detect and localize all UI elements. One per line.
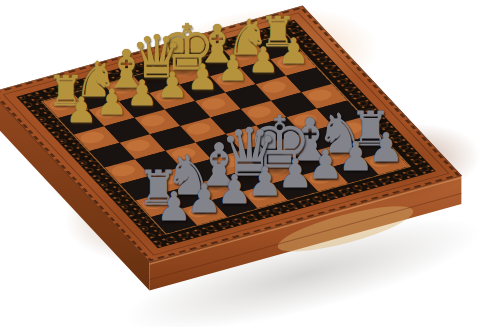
piece-white-pawn-b1[interactable]: ♟ (187, 178, 222, 218)
piece-white-pawn-g1[interactable]: ♟ (338, 137, 373, 177)
pieces-layer: ♜♞♝♛♚♝♞♜♟♟♟♟♟♟♟♟♜♞♝♛♚♝♞♜♟♟♟♟♟♟♟♟ (0, 0, 480, 327)
chess-set-scene: ♜♞♝♛♚♝♞♜♟♟♟♟♟♟♟♟♜♞♝♛♚♝♞♜♟♟♟♟♟♟♟♟ (0, 0, 480, 327)
piece-black-pawn-b7[interactable]: ♟ (96, 84, 128, 119)
piece-white-pawn-e1[interactable]: ♟ (277, 153, 312, 193)
piece-white-pawn-f1[interactable]: ♟ (308, 145, 343, 185)
piece-black-pawn-g7[interactable]: ♟ (247, 42, 279, 77)
piece-black-pawn-a7[interactable]: ♟ (66, 92, 98, 127)
piece-black-pawn-c7[interactable]: ♟ (126, 75, 158, 110)
piece-white-pawn-c1[interactable]: ♟ (217, 170, 252, 210)
piece-white-pawn-d1[interactable]: ♟ (247, 162, 282, 202)
piece-black-pawn-f7[interactable]: ♟ (217, 50, 249, 85)
piece-black-pawn-d7[interactable]: ♟ (156, 67, 188, 102)
piece-black-pawn-e7[interactable]: ♟ (187, 59, 219, 94)
piece-white-pawn-a1[interactable]: ♟ (156, 187, 191, 227)
piece-black-pawn-h7[interactable]: ♟ (278, 33, 310, 68)
piece-white-pawn-h1[interactable]: ♟ (368, 128, 403, 168)
